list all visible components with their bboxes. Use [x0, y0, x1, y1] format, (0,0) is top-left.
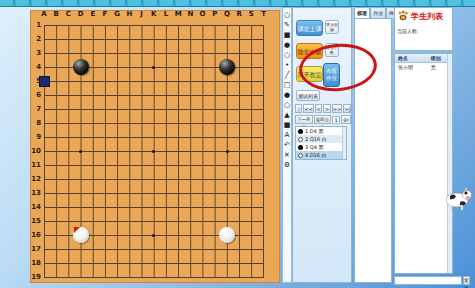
- pencil-tool-icon[interactable]: ✎: [283, 20, 291, 30]
- line-tool-icon[interactable]: ╱: [283, 70, 291, 80]
- board-column-label: T: [261, 10, 266, 18]
- move-row-3[interactable]: 3 Q4 黑: [296, 143, 346, 151]
- annotation-tool-strip: ○✎■●○•╱□●○▲■A↶✕⚙: [282, 7, 292, 283]
- filter-button-0[interactable]: 下一变化: [295, 115, 313, 124]
- nav-button-5[interactable]: >|: [343, 104, 351, 113]
- white-move-dot: [298, 137, 303, 142]
- board-row-label: 1: [36, 21, 41, 29]
- student-panel-header: 学生列表 当前人数:: [394, 7, 453, 51]
- move-row-2[interactable]: 2 Q16 白: [296, 135, 346, 143]
- record-panel: 棋谱作业终局胜负: [354, 7, 392, 283]
- board-column-label: S: [249, 10, 254, 18]
- go-button[interactable]: go: [341, 115, 351, 124]
- record-tab-bar: 棋谱作业终局胜负: [354, 7, 392, 18]
- board-column-label: H: [126, 10, 132, 18]
- nav-button-2[interactable]: <: [315, 104, 322, 113]
- student-row-0[interactable]: 张小明无: [395, 63, 452, 72]
- filled-square-tool-icon[interactable]: ■: [283, 30, 291, 40]
- test-list-button[interactable]: 测试列表: [296, 90, 320, 101]
- nav-button-4[interactable]: >>: [332, 104, 342, 113]
- board-row-label: 9: [36, 133, 41, 141]
- window-top-strip: [0, 0, 475, 7]
- variation-filter-bar: 下一变化返回当前1go: [295, 115, 351, 124]
- student-table-header: 姓名级别: [395, 54, 452, 63]
- letter-tool-icon[interactable]: A: [283, 130, 291, 140]
- paw-logo-icon: [397, 10, 409, 22]
- chat-send-button[interactable]: 发送: [463, 276, 470, 285]
- board-row-label: 19: [31, 273, 41, 281]
- nav-button-0[interactable]: |<: [295, 104, 302, 113]
- move-row-4[interactable]: 4 D16 白: [296, 151, 346, 159]
- nav-button-1[interactable]: <<: [303, 104, 313, 113]
- small-black-stone-tool-icon[interactable]: ●: [283, 40, 291, 50]
- record-content-area[interactable]: [354, 18, 392, 283]
- board-row-label: 17: [31, 245, 41, 253]
- board-row-label: 2: [36, 35, 41, 43]
- student-cell: 张小明: [395, 63, 428, 72]
- board-column-label: A: [41, 10, 46, 18]
- board-column-label: M: [175, 10, 182, 18]
- star-point: [152, 234, 155, 237]
- go-board[interactable]: ABCDEFGHJKLMNOPQRST123456789101112131415…: [30, 10, 280, 283]
- toggle-coords-button[interactable]: 显示坐标: [325, 20, 339, 34]
- board-column-label: D: [78, 10, 84, 18]
- board-column-label: R: [236, 10, 241, 18]
- small-white-stone-tool-icon[interactable]: ○: [283, 50, 291, 60]
- erase-tool-icon[interactable]: ✕: [283, 150, 291, 160]
- board-column-label: B: [54, 10, 59, 18]
- control-panel: 课堂上课 随堂出题 离开教室 显示坐标 显示手数 布置 作业 测试列表 |<<<…: [292, 7, 352, 283]
- board-row-label: 16: [31, 231, 41, 239]
- undo-tool-icon[interactable]: ↶: [283, 140, 291, 150]
- board-column-label: K: [151, 10, 156, 18]
- black-move-dot: [298, 145, 303, 150]
- student-list-title: 学生列表: [411, 11, 443, 22]
- move-list[interactable]: 1 D4 黑2 Q16 白3 Q4 黑4 D16 白: [295, 126, 347, 160]
- page-number-box[interactable]: 1: [332, 116, 340, 124]
- star-point: [226, 150, 229, 153]
- move-label: 4 D16 白: [305, 152, 327, 158]
- board-row-label: 15: [31, 217, 41, 225]
- black-move-dot: [298, 129, 303, 134]
- toggle-movenum-button[interactable]: 显示手数: [325, 43, 339, 57]
- mascot-cow-image: [442, 184, 474, 214]
- board-column-label: G: [114, 10, 120, 18]
- move-navigation-bar: |<<<<>>>>|: [295, 104, 351, 113]
- assign-homework-button[interactable]: 布置 作业: [323, 63, 340, 87]
- record-tab-1[interactable]: 作业: [370, 7, 386, 18]
- leave-classroom-button[interactable]: 离开教室: [296, 66, 323, 82]
- student-count-label: 当前人数:: [397, 28, 450, 34]
- triangle-tool-icon[interactable]: ▲: [283, 110, 291, 120]
- board-column-label: L: [164, 10, 168, 18]
- black-stone-tool-icon[interactable]: ●: [283, 90, 291, 100]
- assign-homework-label-1: 布置: [324, 68, 339, 75]
- black-stone-Q4: [219, 59, 235, 75]
- last-move-triangle-marker: [74, 227, 80, 233]
- board-column-label: E: [90, 10, 95, 18]
- board-column-label: C: [66, 10, 71, 18]
- star-point: [152, 66, 155, 69]
- board-column-label: F: [103, 10, 108, 18]
- move-list-scrollbar[interactable]: [342, 127, 346, 159]
- star-point: [152, 150, 155, 153]
- board-row-label: 7: [36, 105, 41, 113]
- board-column-label: Q: [224, 10, 230, 18]
- board-column-label: O: [200, 10, 206, 18]
- white-stone-tool-icon[interactable]: ○: [283, 100, 291, 110]
- student-col-header-0: 姓名: [395, 54, 428, 62]
- student-panel: 学生列表 当前人数: 姓名级别 张小明无 发送: [394, 7, 453, 283]
- board-column-label: N: [187, 10, 193, 18]
- move-label: 1 D4 黑: [305, 128, 323, 134]
- settings-tool-icon[interactable]: ⚙: [283, 160, 291, 170]
- board-column-label: J: [140, 10, 143, 18]
- move-label: 3 Q4 黑: [305, 144, 323, 150]
- board-row-label: 11: [31, 161, 41, 169]
- board-row-label: 18: [31, 259, 41, 267]
- student-list-scrollbar[interactable]: [447, 54, 452, 273]
- board-row-label: 12: [31, 175, 41, 183]
- dot-tool-icon[interactable]: •: [283, 60, 291, 70]
- star-point: [79, 150, 82, 153]
- board-row-label: 3: [36, 49, 41, 57]
- chat-input[interactable]: [394, 276, 462, 285]
- move-label: 2 Q16 白: [305, 136, 327, 142]
- white-move-dot: [298, 153, 303, 158]
- rect-tool-icon[interactable]: □: [283, 80, 291, 90]
- square-mark-tool-icon[interactable]: ■: [283, 120, 291, 130]
- quiz-button[interactable]: 随堂出题: [296, 43, 323, 59]
- move-row-1[interactable]: 1 D4 黑: [296, 127, 346, 135]
- filter-button-1[interactable]: 返回当前: [314, 115, 332, 124]
- student-list-table[interactable]: 姓名级别 张小明无: [394, 53, 453, 274]
- board-row-label: 4: [36, 63, 41, 71]
- ellipse-tool-icon[interactable]: ○: [283, 10, 291, 20]
- board-row-label: 8: [36, 119, 41, 127]
- assign-homework-label-2: 作业: [324, 75, 339, 82]
- board-column-label: P: [212, 10, 217, 18]
- board-row-label: 6: [36, 91, 41, 99]
- class-button[interactable]: 课堂上课: [296, 20, 323, 36]
- board-row-label: 10: [31, 147, 41, 155]
- white-stone-Q16: [219, 227, 235, 243]
- record-tab-0[interactable]: 棋谱: [354, 7, 370, 18]
- board-row-label: 13: [31, 189, 41, 197]
- black-stone-D4: [73, 59, 89, 75]
- square-marker-A5: [39, 76, 50, 87]
- board-row-label: 14: [31, 203, 41, 211]
- nav-button-3[interactable]: >: [323, 104, 330, 113]
